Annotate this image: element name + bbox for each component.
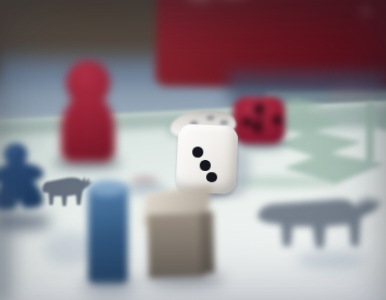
white-die-front-face-three (176, 124, 239, 195)
board-smudge (296, 252, 366, 268)
left-edge-shadow (0, 188, 12, 300)
die-pip (206, 172, 217, 183)
die-pip (252, 122, 262, 132)
die-pip (200, 160, 211, 171)
cube-right-face (199, 211, 215, 275)
foreground-blur-wash (0, 278, 386, 300)
die-pip (272, 115, 282, 125)
boardgame-photo: Blurred close-up of a board game: a whit… (0, 0, 386, 300)
box-logo-blur (360, 7, 371, 14)
moose-art-right (250, 186, 386, 254)
die-pip (206, 115, 214, 121)
grey-cube (142, 186, 218, 282)
block-top-face (90, 180, 126, 196)
pawn-body (61, 94, 115, 162)
die-pip (192, 147, 203, 158)
red-pawn (56, 60, 118, 166)
blue-block (88, 183, 128, 285)
red-die (233, 97, 285, 144)
box-logo-blur (187, 0, 213, 2)
cube-front-face (147, 213, 205, 278)
die-pip (242, 117, 252, 127)
